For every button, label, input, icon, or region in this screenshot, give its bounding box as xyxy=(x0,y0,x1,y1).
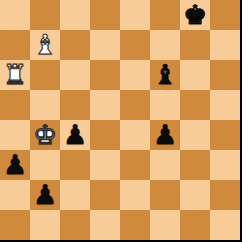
square-h4[interactable] xyxy=(210,120,240,150)
square-f6[interactable]: ♝ xyxy=(150,60,180,90)
square-h8[interactable] xyxy=(210,0,240,30)
square-b8[interactable] xyxy=(30,0,60,30)
square-a2[interactable] xyxy=(0,180,30,210)
square-f7[interactable] xyxy=(150,30,180,60)
square-c8[interactable] xyxy=(60,0,90,30)
square-d5[interactable] xyxy=(90,90,120,120)
piece-black-bishop-f6[interactable]: ♝ xyxy=(153,60,177,90)
square-a3[interactable]: ♟ xyxy=(0,150,30,180)
square-c3[interactable] xyxy=(60,150,90,180)
square-f8[interactable] xyxy=(150,0,180,30)
square-d7[interactable] xyxy=(90,30,120,60)
square-f4[interactable]: ♟ xyxy=(150,120,180,150)
square-c6[interactable] xyxy=(60,60,90,90)
square-e2[interactable] xyxy=(120,180,150,210)
piece-black-pawn-c4[interactable]: ♟ xyxy=(63,120,87,150)
piece-white-king-b4[interactable]: ♚ xyxy=(33,120,57,150)
square-d4[interactable] xyxy=(90,120,120,150)
square-h7[interactable] xyxy=(210,30,240,60)
square-g2[interactable] xyxy=(180,180,210,210)
square-f3[interactable] xyxy=(150,150,180,180)
square-e7[interactable] xyxy=(120,30,150,60)
square-c4[interactable]: ♟ xyxy=(60,120,90,150)
square-b4[interactable]: ♚ xyxy=(30,120,60,150)
square-g8[interactable]: ♚ xyxy=(180,0,210,30)
square-e3[interactable] xyxy=(120,150,150,180)
square-d8[interactable] xyxy=(90,0,120,30)
square-a5[interactable] xyxy=(0,90,30,120)
square-h3[interactable] xyxy=(210,150,240,180)
square-c7[interactable] xyxy=(60,30,90,60)
square-a7[interactable] xyxy=(0,30,30,60)
square-e8[interactable] xyxy=(120,0,150,30)
square-e6[interactable] xyxy=(120,60,150,90)
square-h5[interactable] xyxy=(210,90,240,120)
square-g3[interactable] xyxy=(180,150,210,180)
square-g7[interactable] xyxy=(180,30,210,60)
piece-black-pawn-a3[interactable]: ♟ xyxy=(3,150,27,180)
square-d6[interactable] xyxy=(90,60,120,90)
square-a6[interactable]: ♜ xyxy=(0,60,30,90)
square-a1[interactable] xyxy=(0,210,30,240)
square-g5[interactable] xyxy=(180,90,210,120)
square-c5[interactable] xyxy=(60,90,90,120)
chess-board: ♚♝♜♝♚♟♟♟♟ xyxy=(0,0,240,240)
square-b1[interactable] xyxy=(30,210,60,240)
square-h2[interactable] xyxy=(210,180,240,210)
square-h6[interactable] xyxy=(210,60,240,90)
square-a4[interactable] xyxy=(0,120,30,150)
square-b2[interactable]: ♟ xyxy=(30,180,60,210)
square-e4[interactable] xyxy=(120,120,150,150)
square-b5[interactable] xyxy=(30,90,60,120)
square-a8[interactable] xyxy=(0,0,30,30)
square-f2[interactable] xyxy=(150,180,180,210)
square-b6[interactable] xyxy=(30,60,60,90)
square-b7[interactable]: ♝ xyxy=(30,30,60,60)
piece-black-pawn-f4[interactable]: ♟ xyxy=(153,120,177,150)
square-g6[interactable] xyxy=(180,60,210,90)
square-h1[interactable] xyxy=(210,210,240,240)
piece-white-rook-a6[interactable]: ♜ xyxy=(3,60,27,90)
square-d1[interactable] xyxy=(90,210,120,240)
square-g4[interactable] xyxy=(180,120,210,150)
square-c2[interactable] xyxy=(60,180,90,210)
piece-black-king-g8[interactable]: ♚ xyxy=(183,0,207,30)
square-d2[interactable] xyxy=(90,180,120,210)
square-e5[interactable] xyxy=(120,90,150,120)
square-f1[interactable] xyxy=(150,210,180,240)
piece-black-pawn-b2[interactable]: ♟ xyxy=(33,180,57,210)
piece-white-bishop-b7[interactable]: ♝ xyxy=(33,30,57,60)
square-b3[interactable] xyxy=(30,150,60,180)
square-f5[interactable] xyxy=(150,90,180,120)
square-e1[interactable] xyxy=(120,210,150,240)
square-d3[interactable] xyxy=(90,150,120,180)
square-c1[interactable] xyxy=(60,210,90,240)
square-g1[interactable] xyxy=(180,210,210,240)
